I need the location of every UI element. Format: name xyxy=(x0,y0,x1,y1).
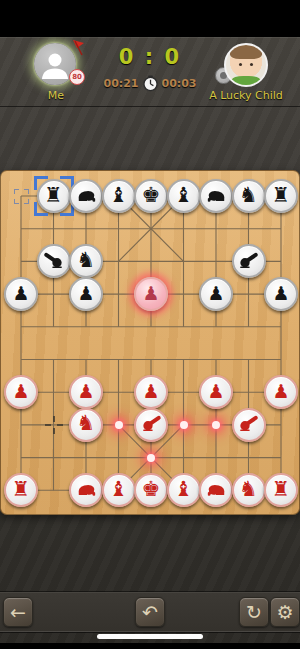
move-hint-dot[interactable] xyxy=(115,421,123,429)
piece-black-advisor[interactable]: ♝ xyxy=(102,179,136,213)
baby-hair xyxy=(230,45,262,59)
soldier-glyph: ♟ xyxy=(77,382,94,401)
piece-black-rook[interactable]: ♜ xyxy=(37,179,71,213)
piece-black-soldier[interactable]: ♟ xyxy=(264,277,298,311)
piece-black-soldier[interactable]: ♟ xyxy=(69,277,103,311)
elephant-icon xyxy=(206,186,227,207)
piece-black-cannon[interactable] xyxy=(232,244,266,278)
piece-black-horse[interactable]: ♞ xyxy=(232,179,266,213)
soldier-glyph: ♟ xyxy=(207,284,224,303)
cannon-icon xyxy=(141,414,162,435)
horse-glyph: ♞ xyxy=(239,185,258,206)
cannon-icon xyxy=(238,251,259,272)
toolbar: ←↶↻⚙ xyxy=(0,592,300,632)
piece-red-cannon[interactable] xyxy=(232,408,266,442)
soldier-glyph: ♟ xyxy=(142,284,159,303)
soldier-glyph: ♟ xyxy=(12,382,29,401)
home-indicator[interactable] xyxy=(97,634,203,639)
piece-black-elephant[interactable] xyxy=(69,179,103,213)
opponent-name-label: A Lucky Child xyxy=(209,89,283,102)
player-me: 80 Me xyxy=(8,43,104,102)
back-button back-arrow-icon[interactable]: ← xyxy=(3,597,33,627)
horse-glyph: ♞ xyxy=(77,413,96,434)
settings-button gear-icon[interactable]: ⚙ xyxy=(270,597,300,627)
piece-red-cannon[interactable] xyxy=(134,408,168,442)
opponent-timer: 00:03 xyxy=(162,77,197,90)
piece-black-advisor[interactable]: ♝ xyxy=(167,179,201,213)
piece-red-horse[interactable]: ♞ xyxy=(69,408,103,442)
elephant-icon xyxy=(76,480,97,501)
rotate-button rotate-board-icon[interactable]: ↻ xyxy=(239,597,269,627)
match-header: 80 Me 0 : 0 00:21 00:03 xyxy=(0,37,300,107)
app-root: 80 Me 0 : 0 00:21 00:03 xyxy=(0,0,300,649)
rook-glyph: ♜ xyxy=(44,185,63,206)
piece-black-rook[interactable]: ♜ xyxy=(264,179,298,213)
score-separator: : xyxy=(145,45,155,69)
piece-black-soldier[interactable]: ♟ xyxy=(4,277,38,311)
score-right: 0 xyxy=(165,45,182,69)
piece-black-cannon[interactable] xyxy=(37,244,71,278)
red-flag-icon xyxy=(71,39,87,57)
piece-red-soldier[interactable]: ♟ xyxy=(264,375,298,409)
move-hint-dot[interactable] xyxy=(180,421,188,429)
soldier-glyph: ♟ xyxy=(272,382,289,401)
piece-red-soldier[interactable]: ♟ xyxy=(69,375,103,409)
clock-icon xyxy=(142,75,159,92)
rook-glyph: ♜ xyxy=(272,185,291,206)
score-left: 0 xyxy=(119,45,136,69)
elephant-icon xyxy=(206,480,227,501)
elephant-icon xyxy=(76,186,97,207)
move-hint-dot[interactable] xyxy=(147,454,155,462)
soldier-glyph: ♟ xyxy=(207,382,224,401)
piece-black-soldier[interactable]: ♟ xyxy=(199,277,233,311)
piece-black-elephant[interactable] xyxy=(199,179,233,213)
crosshair-origin-marker xyxy=(44,415,64,435)
board-grid xyxy=(1,171,300,516)
my-timer: 00:21 xyxy=(103,77,138,90)
last-move-origin-marker xyxy=(14,189,29,204)
piece-red-soldier[interactable]: ♟ xyxy=(199,375,233,409)
piece-red-advisor[interactable]: ♝ xyxy=(167,473,201,507)
cannon-icon xyxy=(43,251,64,272)
soldier-glyph: ♟ xyxy=(142,382,159,401)
piece-red-soldier[interactable]: ♟ xyxy=(134,375,168,409)
me-rank-badge: 80 xyxy=(69,69,85,85)
player-opponent: A Lucky Child xyxy=(198,43,294,102)
advisor-glyph: ♝ xyxy=(174,479,193,500)
advisor-glyph: ♝ xyxy=(174,185,193,206)
soldier-glyph: ♟ xyxy=(272,284,289,303)
piece-red-soldier[interactable]: ♟ xyxy=(4,375,38,409)
soldier-glyph: ♟ xyxy=(77,284,94,303)
status-bar xyxy=(0,0,300,37)
cannon-icon xyxy=(238,414,259,435)
score: 0 : 0 xyxy=(100,45,200,69)
rook-glyph: ♜ xyxy=(12,479,31,500)
advisor-glyph: ♝ xyxy=(109,479,128,500)
horse-glyph: ♞ xyxy=(239,479,258,500)
move-hint-dot[interactable] xyxy=(212,421,220,429)
xiangqi-board[interactable]: ♜♝♚♝♞♜♞♟♟♟♟♟♟♟♟♟♟♞♜♝♚♝♞♜ xyxy=(0,170,300,515)
king-glyph: ♚ xyxy=(142,185,161,206)
piece-red-advisor[interactable]: ♝ xyxy=(102,473,136,507)
rook-glyph: ♜ xyxy=(272,479,291,500)
king-glyph: ♚ xyxy=(142,479,161,500)
piece-red-horse[interactable]: ♞ xyxy=(232,473,266,507)
person-icon xyxy=(39,49,71,81)
opponent-avatar[interactable] xyxy=(224,43,268,87)
score-panel: 0 : 0 00:21 00:03 xyxy=(100,45,200,92)
soldier-glyph: ♟ xyxy=(12,284,29,303)
me-name-label: Me xyxy=(48,89,64,102)
horse-glyph: ♞ xyxy=(77,250,96,271)
piece-black-soldier[interactable]: ♟ xyxy=(134,277,168,311)
undo-button undo-icon[interactable]: ↶ xyxy=(135,597,165,627)
bottom-bezel xyxy=(0,643,300,649)
advisor-glyph: ♝ xyxy=(109,185,128,206)
piece-black-king[interactable]: ♚ xyxy=(134,179,168,213)
baby-collar xyxy=(232,76,260,85)
